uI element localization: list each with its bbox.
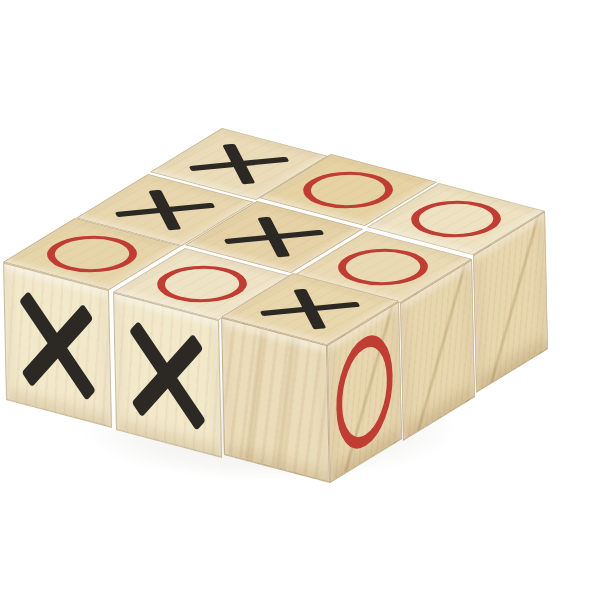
tic-tac-toe-board [0, 0, 610, 610]
x-mark [12, 275, 104, 414]
cube-front-face-col1 [113, 292, 222, 458]
o-mark [394, 194, 519, 244]
x-mark [122, 305, 214, 444]
o-mark [30, 229, 155, 279]
o-mark [335, 321, 394, 463]
product-photo [0, 0, 610, 610]
cube-front-face-col2 [221, 317, 330, 483]
o-mark [286, 165, 411, 215]
cube-front-face-col0 [3, 262, 112, 428]
